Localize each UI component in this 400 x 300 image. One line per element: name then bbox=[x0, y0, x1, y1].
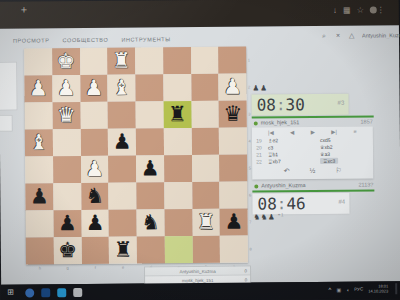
square-a4[interactable] bbox=[219, 128, 247, 155]
move-number: 20 bbox=[252, 144, 266, 150]
square-a2[interactable]: ♟ bbox=[219, 74, 247, 101]
white-bishop: ♝ bbox=[108, 75, 136, 101]
first-move-button[interactable]: |◀ bbox=[268, 129, 274, 135]
square-a5[interactable] bbox=[219, 155, 247, 182]
square-d6[interactable] bbox=[136, 182, 164, 209]
square-b5[interactable] bbox=[192, 155, 220, 182]
square-c8[interactable] bbox=[165, 236, 193, 263]
board-menu-icon[interactable]: ≡ bbox=[353, 129, 356, 135]
white-pawn: ♟ bbox=[80, 75, 108, 101]
white-pawn: ♟ bbox=[52, 75, 80, 101]
player-rating-bottom: 2113? bbox=[358, 181, 373, 187]
taskbar-apps bbox=[25, 288, 82, 297]
rank-label-6: 6 bbox=[249, 182, 251, 209]
captured-pieces-bottom: ♞♞♟ +1 bbox=[254, 212, 284, 221]
online-dot bbox=[254, 184, 258, 188]
prev-move-button[interactable]: ◀ bbox=[290, 129, 294, 135]
black-pawn: ♟ bbox=[136, 155, 164, 181]
square-a3[interactable]: ♛ bbox=[219, 101, 247, 128]
move-white[interactable]: ♗e2 bbox=[266, 136, 318, 142]
square-c1[interactable] bbox=[163, 47, 191, 74]
black-knight: ♞ bbox=[137, 209, 165, 235]
square-g3[interactable]: ♛ bbox=[52, 102, 80, 129]
app-icon-browser[interactable] bbox=[25, 288, 34, 297]
square-b7[interactable]: ♜ bbox=[192, 209, 220, 236]
profile-icon[interactable] bbox=[370, 7, 377, 14]
white-bishop: ♝ bbox=[25, 129, 53, 155]
move-white[interactable]: ♖xb7 bbox=[266, 157, 318, 163]
square-b4[interactable] bbox=[191, 128, 219, 155]
black-pawn: ♟ bbox=[220, 209, 248, 235]
square-e6[interactable] bbox=[109, 183, 137, 210]
player-name-bottom[interactable]: Antyushin_Kuzma bbox=[261, 182, 305, 188]
white-rook: ♜ bbox=[192, 209, 220, 235]
white-queen: ♛ bbox=[52, 102, 80, 128]
last-move-button[interactable]: ▶| bbox=[331, 129, 337, 135]
bell-icon[interactable]: △ bbox=[349, 32, 354, 40]
move-black[interactable]: ♕a3 bbox=[318, 150, 370, 156]
square-e3[interactable] bbox=[108, 102, 136, 129]
nav-item-watch[interactable]: ПРОСМОТР bbox=[13, 37, 49, 43]
browser-chrome: + ↓▦☆⋮ bbox=[0, 0, 399, 29]
square-h5[interactable] bbox=[25, 156, 53, 183]
game-action-buttons: ↶ ½ ⚐ bbox=[252, 166, 373, 175]
square-e8[interactable]: ♜ bbox=[109, 237, 137, 264]
file-label-h: h bbox=[26, 265, 54, 270]
rank-label-1: 1 bbox=[248, 47, 250, 74]
square-f2[interactable]: ♟ bbox=[80, 75, 108, 102]
square-h6[interactable]: ♟ bbox=[25, 183, 53, 210]
tournament-rank-top: #3 bbox=[338, 100, 345, 106]
square-d3[interactable] bbox=[136, 101, 164, 128]
app-icon-3[interactable] bbox=[57, 288, 66, 297]
square-c5[interactable] bbox=[164, 155, 192, 182]
chess-board[interactable]: ♚♜♟♟♟♝♟♛♜♛♝♟♟♟♟♞♟♟♞♜♟♚♜ bbox=[24, 47, 248, 265]
square-g6[interactable] bbox=[53, 183, 81, 210]
square-d2[interactable] bbox=[135, 74, 163, 101]
black-king: ♚ bbox=[54, 237, 82, 263]
clock-bottom: 08:46 bbox=[252, 193, 349, 215]
square-h7[interactable] bbox=[26, 210, 54, 237]
square-d5[interactable]: ♟ bbox=[136, 155, 164, 182]
online-dot bbox=[254, 121, 258, 125]
square-h4[interactable]: ♝ bbox=[25, 129, 53, 156]
black-pawn: ♟ bbox=[53, 210, 81, 236]
square-g1[interactable]: ♚ bbox=[52, 48, 80, 75]
rank-label-3: 3 bbox=[248, 101, 250, 128]
rank-label-7: 7 bbox=[249, 209, 251, 236]
square-f8[interactable] bbox=[81, 237, 109, 264]
square-d1[interactable] bbox=[135, 47, 163, 74]
white-pawn: ♟ bbox=[81, 156, 109, 182]
background-window-sliver bbox=[0, 115, 13, 132]
rank-label-8: 8 bbox=[249, 236, 251, 263]
score-value: 0 bbox=[245, 268, 248, 273]
search-icon[interactable]: ⌕ bbox=[322, 32, 326, 40]
square-a1[interactable] bbox=[218, 47, 246, 74]
square-c3[interactable]: ♜ bbox=[163, 101, 191, 128]
black-rook: ♜ bbox=[163, 101, 191, 127]
file-label-f: f bbox=[81, 265, 109, 270]
square-g8[interactable]: ♚ bbox=[54, 237, 82, 264]
score-value: 0 bbox=[245, 277, 248, 282]
tournament-rank-bottom: #4 bbox=[338, 199, 345, 205]
square-h3[interactable] bbox=[25, 102, 53, 129]
square-g2[interactable]: ♟ bbox=[52, 75, 80, 102]
site-header-right: ⌕ × △ Antyushin_Kuzma bbox=[322, 30, 399, 41]
square-g4[interactable] bbox=[53, 129, 81, 156]
square-b1[interactable] bbox=[191, 47, 219, 74]
offer-draw-button[interactable]: ½ bbox=[310, 167, 316, 175]
material-advantage: +1 bbox=[278, 212, 284, 217]
black-pawn: ♟ bbox=[108, 129, 136, 155]
clock-top: 08:30 bbox=[252, 94, 349, 116]
square-h8[interactable] bbox=[26, 237, 54, 264]
windows-taskbar: ⊞ ^ ▣ ◖ РУС 18:01 14.10.2023 bbox=[1, 281, 400, 300]
file-label-g: g bbox=[54, 265, 82, 270]
square-g7[interactable]: ♟ bbox=[53, 210, 81, 237]
close-icon[interactable]: × bbox=[336, 32, 340, 39]
move-white[interactable]: ♖b1 bbox=[266, 150, 318, 156]
language-indicator[interactable]: РУС bbox=[354, 287, 363, 292]
app-icon-2[interactable] bbox=[41, 288, 50, 297]
square-d8[interactable] bbox=[137, 236, 165, 263]
monitor-photo: + ↓▦☆⋮ ПРОСМОТР СООБЩЕСТВО ИНСТРУМЕНТЫ ⌕… bbox=[0, 0, 400, 300]
square-f5[interactable]: ♟ bbox=[81, 156, 109, 183]
square-f6[interactable]: ♞ bbox=[81, 183, 109, 210]
rank-label-5: 5 bbox=[249, 155, 251, 182]
move-row: 22 ♖xb7 ♖xc3 bbox=[252, 156, 373, 164]
square-c2[interactable] bbox=[163, 74, 191, 101]
white-pawn: ♟ bbox=[24, 75, 52, 101]
file-label-e: e bbox=[109, 265, 137, 270]
square-c6[interactable] bbox=[164, 182, 192, 209]
move-black[interactable]: cxd5 bbox=[318, 136, 370, 142]
black-rook: ♜ bbox=[109, 237, 137, 263]
square-a6[interactable] bbox=[220, 182, 248, 209]
app-icon-4[interactable] bbox=[73, 288, 82, 297]
player-rating-top: 1857 bbox=[360, 118, 372, 124]
nav-item-tools[interactable]: ИНСТРУМЕНТЫ bbox=[121, 36, 170, 42]
white-king: ♚ bbox=[52, 48, 80, 74]
square-b6[interactable] bbox=[192, 182, 220, 209]
white-pawn: ♟ bbox=[219, 74, 247, 100]
network-icon[interactable]: ▣ bbox=[336, 286, 341, 292]
tray-expand-icon[interactable]: ^ bbox=[329, 286, 332, 292]
square-e4[interactable]: ♟ bbox=[108, 129, 136, 156]
move-black-current[interactable]: ♖xc3 bbox=[318, 157, 370, 163]
square-d7[interactable]: ♞ bbox=[137, 209, 165, 236]
captured-pieces-top: ♟♟ bbox=[252, 83, 268, 92]
black-pawn: ♟ bbox=[25, 183, 53, 209]
square-b8[interactable] bbox=[192, 236, 220, 263]
square-f1[interactable] bbox=[80, 48, 108, 75]
black-queen: ♛ bbox=[219, 101, 247, 127]
square-a8[interactable] bbox=[220, 236, 248, 263]
square-g5[interactable] bbox=[53, 156, 81, 183]
square-b3[interactable] bbox=[191, 101, 219, 128]
square-h1[interactable] bbox=[24, 48, 52, 75]
start-button[interactable]: ⊞ bbox=[7, 288, 14, 297]
rank-label-2: 2 bbox=[248, 74, 250, 101]
move-white[interactable]: c3 bbox=[266, 143, 318, 149]
square-f4[interactable] bbox=[80, 129, 108, 156]
black-pawn: ♟ bbox=[81, 210, 109, 236]
takeback-button[interactable]: ↶ bbox=[284, 167, 290, 175]
background-window-sliver bbox=[0, 62, 18, 111]
next-move-button[interactable]: ▶ bbox=[311, 129, 315, 135]
site-nav: ПРОСМОТР СООБЩЕСТВО ИНСТРУМЕНТЫ bbox=[13, 36, 182, 43]
square-b2[interactable] bbox=[191, 74, 219, 101]
square-e5[interactable] bbox=[108, 156, 136, 183]
square-c7[interactable] bbox=[164, 209, 192, 236]
move-number: 21 bbox=[252, 151, 266, 157]
square-d4[interactable] bbox=[136, 128, 164, 155]
move-black[interactable]: ♕xb2 bbox=[318, 143, 370, 149]
notification-center-icon[interactable] bbox=[395, 283, 397, 294]
square-e1[interactable]: ♜ bbox=[107, 48, 135, 75]
score-player-name[interactable]: Antyushin_Kuzma bbox=[179, 268, 215, 273]
browser-toolbar-icons[interactable]: ↓▦☆⋮ bbox=[333, 5, 391, 15]
move-number: 19 bbox=[252, 137, 266, 143]
player-name-top[interactable]: mosk_hjek_151 bbox=[261, 119, 300, 125]
square-f7[interactable]: ♟ bbox=[81, 210, 109, 237]
square-c4[interactable] bbox=[164, 128, 192, 155]
move-number: 22 bbox=[252, 158, 266, 164]
black-knight: ♞ bbox=[81, 183, 109, 209]
rank-label-4: 4 bbox=[248, 128, 250, 155]
new-tab-button[interactable]: + bbox=[21, 4, 28, 16]
score-player-name[interactable]: mosk_hjek_151 bbox=[182, 277, 214, 282]
move-list-panel: |◀ ◀ ▶ ▶| ≡ 19 ♗e2 cxd5 20 c3 ♕xb2 21 ♖b… bbox=[252, 126, 373, 179]
resign-flag-button[interactable]: ⚐ bbox=[335, 167, 341, 175]
nav-item-community[interactable]: СООБЩЕСТВО bbox=[63, 37, 109, 43]
taskbar-clock[interactable]: 18:01 14.10.2023 bbox=[368, 284, 388, 293]
square-a7[interactable]: ♟ bbox=[220, 209, 248, 236]
white-rook: ♜ bbox=[107, 48, 135, 74]
square-e2[interactable]: ♝ bbox=[108, 75, 136, 102]
square-e7[interactable] bbox=[109, 210, 137, 237]
volume-icon[interactable]: ◖ bbox=[346, 286, 349, 292]
system-tray: ^ ▣ ◖ РУС 18:01 14.10.2023 bbox=[329, 283, 398, 295]
chess-site-page: ПРОСМОТР СООБЩЕСТВО ИНСТРУМЕНТЫ ⌕ × △ An… bbox=[0, 25, 400, 284]
square-h2[interactable]: ♟ bbox=[24, 75, 52, 102]
square-f3[interactable] bbox=[80, 102, 108, 129]
logged-in-username[interactable]: Antyushin_Kuzma bbox=[362, 32, 400, 38]
